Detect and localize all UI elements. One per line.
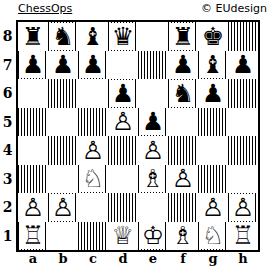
piece-white-pawn[interactable]: ♙	[111, 108, 135, 135]
square-c8[interactable]: ♝	[78, 22, 108, 51]
square-f4[interactable]	[168, 136, 198, 165]
square-a2[interactable]: ♙	[18, 193, 48, 222]
square-f2[interactable]	[168, 193, 198, 222]
square-b8[interactable]: ♞	[48, 22, 78, 51]
file-label-c: c	[78, 251, 108, 266]
square-c3[interactable]: ♘	[78, 165, 108, 194]
square-b1[interactable]	[48, 222, 78, 251]
piece-white-queen[interactable]: ♕	[111, 222, 135, 249]
square-e3[interactable]: ♗	[138, 165, 168, 194]
square-b3[interactable]	[48, 165, 78, 194]
piece-black-bishop[interactable]: ♝	[81, 23, 105, 50]
square-d4[interactable]	[108, 136, 138, 165]
piece-black-bishop[interactable]: ♝	[201, 51, 225, 78]
square-b7[interactable]: ♟	[48, 51, 78, 80]
square-f7[interactable]: ♟	[168, 51, 198, 80]
square-a8[interactable]: ♜	[18, 22, 48, 51]
square-f8[interactable]: ♜	[168, 22, 198, 51]
piece-white-bishop[interactable]: ♗	[171, 222, 195, 249]
square-e8[interactable]	[138, 22, 168, 51]
piece-white-pawn[interactable]: ♙	[21, 194, 45, 221]
piece-white-pawn[interactable]: ♙	[171, 165, 195, 192]
piece-black-king[interactable]: ♚	[201, 23, 225, 50]
file-label-g: g	[198, 251, 228, 266]
file-label-f: f	[168, 251, 198, 266]
piece-black-rook[interactable]: ♜	[21, 23, 45, 50]
rank-label-2: 2	[0, 193, 15, 222]
square-e4[interactable]: ♙	[138, 136, 168, 165]
square-f3[interactable]: ♙	[168, 165, 198, 194]
square-c7[interactable]: ♟	[78, 51, 108, 80]
square-a3[interactable]	[18, 165, 48, 194]
piece-black-knight[interactable]: ♞	[171, 80, 195, 107]
square-d3[interactable]	[108, 165, 138, 194]
piece-black-pawn[interactable]: ♟	[81, 51, 105, 78]
piece-black-pawn[interactable]: ♟	[111, 80, 135, 107]
square-g1[interactable]: ♘	[198, 222, 228, 251]
piece-white-pawn[interactable]: ♙	[141, 137, 165, 164]
piece-white-pawn[interactable]: ♙	[201, 194, 225, 221]
square-e1[interactable]: ♔	[138, 222, 168, 251]
square-h5[interactable]	[228, 108, 258, 137]
square-b4[interactable]	[48, 136, 78, 165]
piece-black-pawn[interactable]: ♟	[201, 80, 225, 107]
square-c1[interactable]	[78, 222, 108, 251]
piece-black-pawn[interactable]: ♟	[171, 51, 195, 78]
square-c6[interactable]	[78, 79, 108, 108]
square-f1[interactable]: ♗	[168, 222, 198, 251]
square-a7[interactable]: ♟	[18, 51, 48, 80]
square-h2[interactable]: ♙	[228, 193, 258, 222]
square-g4[interactable]	[198, 136, 228, 165]
square-d1[interactable]: ♕	[108, 222, 138, 251]
piece-black-pawn[interactable]: ♟	[51, 51, 75, 78]
file-label-b: b	[48, 251, 78, 266]
chess-board: ♜♞♝♛♜♚♟♟♟♟♝♟♟♞♟♙♟♙♙♘♗♙♙♙♙♙♖♕♔♗♘♖	[16, 20, 260, 252]
square-d2[interactable]	[108, 193, 138, 222]
square-e7[interactable]	[138, 51, 168, 80]
piece-white-rook[interactable]: ♖	[231, 222, 255, 249]
rank-label-3: 3	[0, 165, 15, 194]
square-g5[interactable]	[198, 108, 228, 137]
file-label-d: d	[108, 251, 138, 266]
piece-black-pawn[interactable]: ♟	[141, 108, 165, 135]
file-label-h: h	[228, 251, 258, 266]
square-d7[interactable]	[108, 51, 138, 80]
piece-black-pawn[interactable]: ♟	[231, 51, 255, 78]
piece-white-pawn[interactable]: ♙	[51, 194, 75, 221]
piece-white-knight[interactable]: ♘	[81, 165, 105, 192]
piece-white-king[interactable]: ♔	[141, 222, 165, 249]
square-a4[interactable]	[18, 136, 48, 165]
square-g3[interactable]	[198, 165, 228, 194]
square-c4[interactable]: ♙	[78, 136, 108, 165]
piece-black-rook[interactable]: ♜	[171, 23, 195, 50]
square-g2[interactable]: ♙	[198, 193, 228, 222]
square-f5[interactable]	[168, 108, 198, 137]
piece-black-knight[interactable]: ♞	[51, 23, 75, 50]
piece-white-bishop[interactable]: ♗	[141, 165, 165, 192]
square-g6[interactable]: ♟	[198, 79, 228, 108]
rank-labels: 87654321	[0, 22, 15, 250]
piece-white-knight[interactable]: ♘	[201, 222, 225, 249]
square-b6[interactable]	[48, 79, 78, 108]
file-label-e: e	[138, 251, 168, 266]
square-d8[interactable]: ♛	[108, 22, 138, 51]
file-labels: abcdefgh	[18, 251, 258, 266]
piece-white-pawn[interactable]: ♙	[81, 137, 105, 164]
square-e5[interactable]: ♟	[138, 108, 168, 137]
square-f6[interactable]: ♞	[168, 79, 198, 108]
square-b5[interactable]	[48, 108, 78, 137]
chess-diagram-page: ChessOps © EUdesign 87654321 ♜♞♝♛♜♚♟♟♟♟♝…	[0, 0, 270, 270]
square-b2[interactable]: ♙	[48, 193, 78, 222]
square-h4[interactable]	[228, 136, 258, 165]
square-a1[interactable]: ♖	[18, 222, 48, 251]
file-label-a: a	[18, 251, 48, 266]
credit-text: © EUdesign	[201, 2, 267, 15]
square-h8[interactable]	[228, 22, 258, 51]
square-h3[interactable]	[228, 165, 258, 194]
piece-black-queen[interactable]: ♛	[111, 23, 135, 50]
square-h6[interactable]	[228, 79, 258, 108]
rank-label-6: 6	[0, 79, 15, 108]
square-h7[interactable]: ♟	[228, 51, 258, 80]
piece-black-pawn[interactable]: ♟	[21, 51, 45, 78]
square-a6[interactable]	[18, 79, 48, 108]
square-c2[interactable]	[78, 193, 108, 222]
rank-label-4: 4	[0, 136, 15, 165]
square-g8[interactable]: ♚	[198, 22, 228, 51]
square-h1[interactable]: ♖	[228, 222, 258, 251]
square-a5[interactable]	[18, 108, 48, 137]
rank-label-7: 7	[0, 51, 15, 80]
rank-label-8: 8	[0, 22, 15, 51]
square-d6[interactable]: ♟	[108, 79, 138, 108]
square-c5[interactable]	[78, 108, 108, 137]
square-g7[interactable]: ♝	[198, 51, 228, 80]
square-e2[interactable]	[138, 193, 168, 222]
square-d5[interactable]: ♙	[108, 108, 138, 137]
square-e6[interactable]	[138, 79, 168, 108]
piece-white-pawn[interactable]: ♙	[231, 194, 255, 221]
rank-label-1: 1	[0, 222, 15, 251]
app-title-link[interactable]: ChessOps	[18, 2, 72, 15]
rank-label-5: 5	[0, 108, 15, 137]
piece-white-rook[interactable]: ♖	[21, 222, 45, 249]
